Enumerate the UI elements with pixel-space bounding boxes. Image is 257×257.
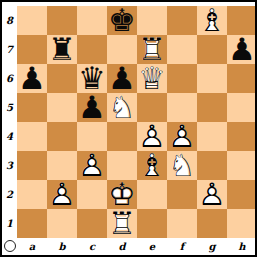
piece-white-pawn-fill: ♟ [47,180,77,209]
square-e1[interactable] [137,209,167,238]
square-g5[interactable] [197,93,227,122]
square-a8[interactable] [17,6,47,35]
square-h8[interactable] [227,6,257,35]
file-labels: abcdefgh [17,238,257,255]
square-b4[interactable] [47,122,77,151]
piece-white-pawn-fill: ♟ [77,151,107,180]
white-to-move-indicator [4,240,16,252]
square-d3[interactable] [107,151,137,180]
piece-black-pawn: ♟ [227,35,257,64]
square-b2[interactable]: ♟♙ [47,180,77,209]
square-f1[interactable] [167,209,197,238]
square-d7[interactable] [107,35,137,64]
square-f2[interactable] [167,180,197,209]
file-label-a: a [17,238,47,255]
square-a5[interactable] [17,93,47,122]
square-b1[interactable] [47,209,77,238]
square-f4[interactable]: ♟♙ [167,122,197,151]
square-g2[interactable]: ♟♙ [197,180,227,209]
piece-black-king: ♚ [107,6,137,35]
piece-white-pawn: ♙ [197,180,227,209]
piece-white-queen: ♕ [137,64,167,93]
square-d5[interactable]: ♞♘ [107,93,137,122]
square-e3[interactable]: ♝♗ [137,151,167,180]
square-e6[interactable]: ♛♕ [137,64,167,93]
rank-label-3: 3 [2,151,17,180]
piece-white-bishop: ♗ [137,151,167,180]
square-f6[interactable] [167,64,197,93]
square-e2[interactable] [137,180,167,209]
square-c5[interactable]: ♟ [77,93,107,122]
piece-white-bishop: ♗ [197,6,227,35]
chess-diagram: ♚♝♗♜♜♖♟♟♛♟♛♕♟♞♘♟♙♟♙♟♙♝♗♞♘♟♙♚♔♟♙♜♖ 876543… [0,0,257,257]
piece-white-king: ♔ [107,180,137,209]
square-b8[interactable] [47,6,77,35]
piece-black-queen: ♛ [77,64,107,93]
rank-label-5: 5 [2,93,17,122]
square-e5[interactable] [137,93,167,122]
piece-white-knight: ♘ [167,151,197,180]
piece-white-pawn: ♙ [167,122,197,151]
piece-white-pawn: ♙ [47,180,77,209]
piece-white-queen-fill: ♛ [137,64,167,93]
rank-label-7: 7 [2,35,17,64]
file-label-e: e [137,238,167,255]
square-d1[interactable]: ♜♖ [107,209,137,238]
square-c6[interactable]: ♛ [77,64,107,93]
rank-label-1: 1 [2,209,17,238]
rank-label-8: 8 [2,6,17,35]
square-c7[interactable] [77,35,107,64]
rank-label-4: 4 [2,122,17,151]
square-g8[interactable]: ♝♗ [197,6,227,35]
piece-white-pawn-fill: ♟ [167,122,197,151]
square-c4[interactable] [77,122,107,151]
square-h1[interactable] [227,209,257,238]
square-c2[interactable] [77,180,107,209]
square-b7[interactable]: ♜ [47,35,77,64]
square-d6[interactable]: ♟ [107,64,137,93]
square-a6[interactable]: ♟ [17,64,47,93]
square-e7[interactable]: ♜♖ [137,35,167,64]
square-e4[interactable]: ♟♙ [137,122,167,151]
piece-white-pawn: ♙ [77,151,107,180]
square-a1[interactable] [17,209,47,238]
square-h6[interactable] [227,64,257,93]
chess-board: ♚♝♗♜♜♖♟♟♛♟♛♕♟♞♘♟♙♟♙♟♙♝♗♞♘♟♙♚♔♟♙♜♖ [17,6,257,238]
square-g1[interactable] [197,209,227,238]
square-d8[interactable]: ♚ [107,6,137,35]
piece-white-bishop-fill: ♝ [197,6,227,35]
square-h3[interactable] [227,151,257,180]
file-label-b: b [47,238,77,255]
square-a3[interactable] [17,151,47,180]
square-e8[interactable] [137,6,167,35]
piece-white-knight-fill: ♞ [167,151,197,180]
square-g7[interactable] [197,35,227,64]
piece-black-pawn: ♟ [17,64,47,93]
file-label-c: c [77,238,107,255]
square-a4[interactable] [17,122,47,151]
square-h7[interactable]: ♟ [227,35,257,64]
rank-label-6: 6 [2,64,17,93]
file-label-d: d [107,238,137,255]
piece-white-rook-fill: ♜ [107,209,137,238]
square-d2[interactable]: ♚♔ [107,180,137,209]
square-g3[interactable] [197,151,227,180]
piece-white-rook: ♖ [107,209,137,238]
piece-white-pawn-fill: ♟ [137,122,167,151]
square-g6[interactable] [197,64,227,93]
square-a7[interactable] [17,35,47,64]
piece-black-rook: ♜ [47,35,77,64]
piece-white-rook: ♖ [137,35,167,64]
piece-white-knight-fill: ♞ [107,93,137,122]
square-h5[interactable] [227,93,257,122]
square-g4[interactable] [197,122,227,151]
square-f7[interactable] [167,35,197,64]
file-label-h: h [227,238,257,255]
file-label-f: f [167,238,197,255]
piece-white-pawn: ♙ [137,122,167,151]
square-c1[interactable] [77,209,107,238]
square-h4[interactable] [227,122,257,151]
square-a2[interactable] [17,180,47,209]
piece-white-king-fill: ♚ [107,180,137,209]
piece-white-knight: ♘ [107,93,137,122]
piece-white-bishop-fill: ♝ [137,151,167,180]
square-b5[interactable] [47,93,77,122]
square-f5[interactable] [167,93,197,122]
rank-label-2: 2 [2,180,17,209]
piece-black-pawn: ♟ [107,64,137,93]
square-f8[interactable] [167,6,197,35]
rank-labels: 87654321 [2,6,17,238]
piece-black-pawn: ♟ [77,93,107,122]
square-b3[interactable] [47,151,77,180]
square-c3[interactable]: ♟♙ [77,151,107,180]
square-h2[interactable] [227,180,257,209]
piece-white-pawn-fill: ♟ [197,180,227,209]
square-c8[interactable] [77,6,107,35]
file-label-g: g [197,238,227,255]
square-b6[interactable] [47,64,77,93]
square-f3[interactable]: ♞♘ [167,151,197,180]
piece-white-rook-fill: ♜ [137,35,167,64]
square-d4[interactable] [107,122,137,151]
